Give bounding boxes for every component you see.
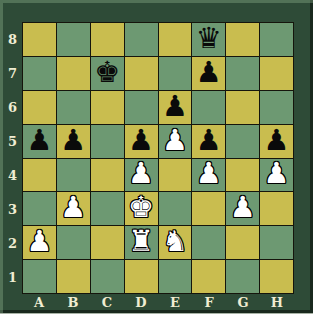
square-a4[interactable] — [23, 159, 56, 192]
square-c1[interactable] — [91, 260, 124, 293]
square-g1[interactable] — [226, 260, 259, 293]
file-label-b: B — [56, 294, 90, 313]
square-g2[interactable] — [226, 226, 259, 259]
square-f5[interactable]: ♟ — [192, 125, 225, 158]
square-h4[interactable]: ♟ — [260, 159, 293, 192]
rank-label-5: 5 — [0, 124, 22, 158]
white-rook-d2[interactable]: ♜ — [128, 227, 154, 256]
square-f4[interactable]: ♟ — [192, 159, 225, 192]
white-pawn-g3[interactable]: ♟ — [230, 193, 256, 222]
white-pawn-b3[interactable]: ♟ — [60, 193, 86, 222]
white-pawn-d4[interactable]: ♟ — [128, 159, 154, 188]
square-b7[interactable] — [57, 57, 90, 90]
square-e4[interactable] — [159, 159, 192, 192]
rank-label-3: 3 — [0, 192, 22, 226]
square-d2[interactable]: ♜ — [125, 226, 158, 259]
square-c3[interactable] — [91, 192, 124, 225]
square-g4[interactable] — [226, 159, 259, 192]
square-e1[interactable] — [159, 260, 192, 293]
black-pawn-h5[interactable]: ♟ — [264, 126, 290, 155]
white-king-d3[interactable]: ♚ — [128, 193, 154, 222]
rank-label-1: 1 — [0, 260, 22, 294]
black-pawn-e6[interactable]: ♟ — [162, 92, 188, 121]
chess-board[interactable]: ♛♚♟♟♟♟♟♟♟♟♟♟♟♟♚♟♟♜♞ — [22, 22, 294, 294]
square-a1[interactable] — [23, 260, 56, 293]
square-b6[interactable] — [57, 91, 90, 124]
square-c8[interactable] — [91, 23, 124, 56]
square-d5[interactable]: ♟ — [125, 125, 158, 158]
square-g6[interactable] — [226, 91, 259, 124]
square-d6[interactable] — [125, 91, 158, 124]
square-a6[interactable] — [23, 91, 56, 124]
file-label-d: D — [124, 294, 158, 313]
rank-label-6: 6 — [0, 90, 22, 124]
square-e2[interactable]: ♞ — [159, 226, 192, 259]
file-label-g: G — [226, 294, 260, 313]
square-f7[interactable]: ♟ — [192, 57, 225, 90]
square-h3[interactable] — [260, 192, 293, 225]
black-pawn-b5[interactable]: ♟ — [60, 126, 86, 155]
chess-board-window: 87654321 ♛♚♟♟♟♟♟♟♟♟♟♟♟♟♚♟♟♜♞ ABCDEFGH — [0, 0, 313, 314]
square-d8[interactable] — [125, 23, 158, 56]
square-d1[interactable] — [125, 260, 158, 293]
white-pawn-f4[interactable]: ♟ — [196, 159, 222, 188]
white-pawn-h4[interactable]: ♟ — [264, 159, 290, 188]
square-h7[interactable] — [260, 57, 293, 90]
white-pawn-e5[interactable]: ♟ — [162, 126, 188, 155]
square-g5[interactable] — [226, 125, 259, 158]
square-b8[interactable] — [57, 23, 90, 56]
square-e8[interactable] — [159, 23, 192, 56]
square-c2[interactable] — [91, 226, 124, 259]
square-a8[interactable] — [23, 23, 56, 56]
square-a2[interactable]: ♟ — [23, 226, 56, 259]
square-e5[interactable]: ♟ — [159, 125, 192, 158]
square-f2[interactable] — [192, 226, 225, 259]
square-a3[interactable] — [23, 192, 56, 225]
file-label-f: F — [192, 294, 226, 313]
rank-label-8: 8 — [0, 22, 22, 56]
square-f1[interactable] — [192, 260, 225, 293]
rank-label-4: 4 — [0, 158, 22, 192]
file-label-a: A — [22, 294, 56, 313]
black-king-c7[interactable]: ♚ — [94, 58, 120, 87]
square-b3[interactable]: ♟ — [57, 192, 90, 225]
square-g3[interactable]: ♟ — [226, 192, 259, 225]
square-a7[interactable] — [23, 57, 56, 90]
square-b5[interactable]: ♟ — [57, 125, 90, 158]
square-e3[interactable] — [159, 192, 192, 225]
rank-label-7: 7 — [0, 56, 22, 90]
square-g7[interactable] — [226, 57, 259, 90]
square-b4[interactable] — [57, 159, 90, 192]
square-c6[interactable] — [91, 91, 124, 124]
square-h1[interactable] — [260, 260, 293, 293]
square-c5[interactable] — [91, 125, 124, 158]
square-d3[interactable]: ♚ — [125, 192, 158, 225]
square-c7[interactable]: ♚ — [91, 57, 124, 90]
square-h5[interactable]: ♟ — [260, 125, 293, 158]
square-g8[interactable] — [226, 23, 259, 56]
rank-label-2: 2 — [0, 226, 22, 260]
white-knight-e2[interactable]: ♞ — [162, 227, 188, 256]
file-label-h: H — [260, 294, 294, 313]
black-pawn-d5[interactable]: ♟ — [128, 126, 154, 155]
black-pawn-f7[interactable]: ♟ — [196, 58, 222, 87]
square-h8[interactable] — [260, 23, 293, 56]
white-pawn-a2[interactable]: ♟ — [26, 227, 52, 256]
file-label-e: E — [158, 294, 192, 313]
black-pawn-a5[interactable]: ♟ — [26, 126, 52, 155]
square-f6[interactable] — [192, 91, 225, 124]
square-b1[interactable] — [57, 260, 90, 293]
square-f3[interactable] — [192, 192, 225, 225]
square-b2[interactable] — [57, 226, 90, 259]
square-h2[interactable] — [260, 226, 293, 259]
black-queen-f8[interactable]: ♛ — [196, 24, 222, 53]
square-f8[interactable]: ♛ — [192, 23, 225, 56]
square-a5[interactable]: ♟ — [23, 125, 56, 158]
square-e6[interactable]: ♟ — [159, 91, 192, 124]
square-c4[interactable] — [91, 159, 124, 192]
file-labels: ABCDEFGH — [22, 294, 294, 313]
square-e7[interactable] — [159, 57, 192, 90]
rank-labels: 87654321 — [0, 22, 22, 294]
square-d7[interactable] — [125, 57, 158, 90]
square-d4[interactable]: ♟ — [125, 159, 158, 192]
black-pawn-f5[interactable]: ♟ — [196, 126, 222, 155]
square-h6[interactable] — [260, 91, 293, 124]
file-label-c: C — [90, 294, 124, 313]
